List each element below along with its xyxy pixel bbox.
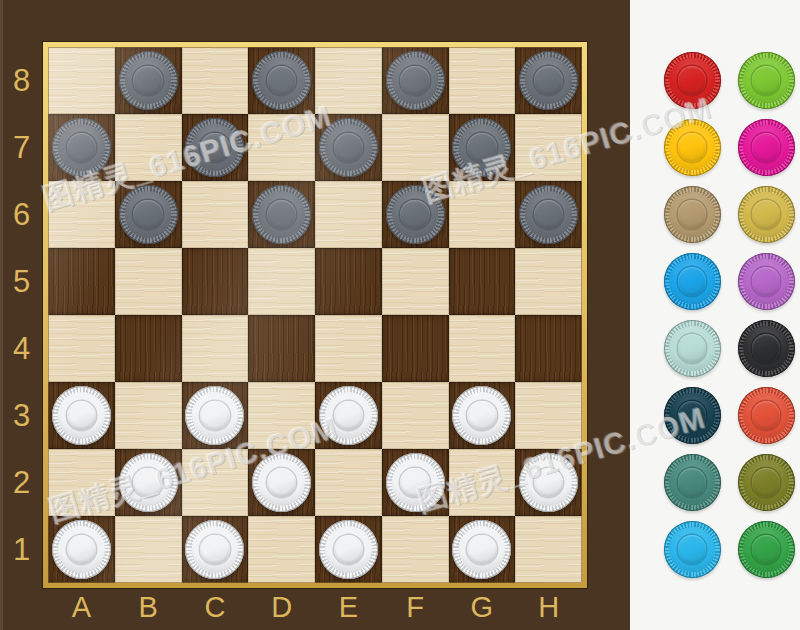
row-labels: 87654321: [0, 47, 43, 583]
row-label-4: 4: [0, 315, 43, 382]
palette-piece-tomato-red[interactable]: [738, 387, 795, 444]
palette-piece-pale-mint[interactable]: [664, 320, 721, 377]
row-label-1: 1: [0, 516, 43, 583]
column-label-F: F: [382, 586, 449, 628]
row-label-7: 7: [0, 114, 43, 181]
column-label-A: A: [48, 586, 115, 628]
row-label-5: 5: [0, 248, 43, 315]
palette-piece-sea-teal[interactable]: [664, 454, 721, 511]
palette-piece-magenta[interactable]: [738, 119, 795, 176]
column-label-H: H: [515, 586, 582, 628]
board-gold-border: [43, 42, 587, 588]
column-label-B: B: [115, 586, 182, 628]
row-label-3: 3: [0, 382, 43, 449]
row-label-8: 8: [0, 47, 43, 114]
palette-piece-tan[interactable]: [664, 186, 721, 243]
palette-piece-sky-cyan[interactable]: [664, 521, 721, 578]
color-palette: [630, 47, 800, 583]
row-label-6: 6: [0, 181, 43, 248]
palette-piece-golden-yellow[interactable]: [664, 119, 721, 176]
palette-piece-dark-navy[interactable]: [664, 387, 721, 444]
checkers-app: 87654321 ABCDEFGH 图精灵_616PIC.COM 图精灵_616…: [0, 0, 800, 630]
column-label-E: E: [315, 586, 382, 628]
palette-piece-azure-blue[interactable]: [664, 253, 721, 310]
palette-piece-charcoal-black[interactable]: [738, 320, 795, 377]
column-label-G: G: [449, 586, 516, 628]
palette-piece-orchid-purple[interactable]: [738, 253, 795, 310]
column-labels: ABCDEFGH: [48, 586, 582, 628]
column-label-D: D: [248, 586, 315, 628]
column-label-C: C: [182, 586, 249, 628]
palette-piece-olive[interactable]: [738, 454, 795, 511]
palette-piece-dark-khaki[interactable]: [738, 186, 795, 243]
palette-piece-forest-green[interactable]: [738, 521, 795, 578]
row-label-2: 2: [0, 449, 43, 516]
palette-piece-lime-green[interactable]: [738, 52, 795, 109]
palette-piece-red[interactable]: [664, 52, 721, 109]
